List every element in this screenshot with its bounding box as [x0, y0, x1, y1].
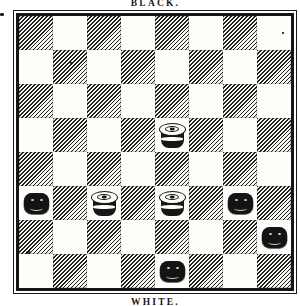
square-r1c3[interactable] — [121, 50, 155, 84]
square-r5c7[interactable] — [257, 186, 291, 220]
square-r3c4[interactable] — [155, 118, 189, 152]
square-r7c0[interactable] — [19, 254, 53, 288]
black-man-piece[interactable] — [24, 193, 49, 214]
square-r2c1[interactable] — [53, 84, 87, 118]
square-r1c0[interactable] — [19, 50, 53, 84]
square-r1c7[interactable] — [257, 50, 291, 84]
square-r2c5[interactable] — [189, 84, 223, 118]
square-r6c0[interactable] — [19, 220, 53, 254]
square-r5c6[interactable] — [223, 186, 257, 220]
square-r0c4[interactable] — [155, 16, 189, 50]
square-r0c1[interactable] — [53, 16, 87, 50]
board-frame — [13, 10, 297, 294]
square-r6c2[interactable] — [87, 220, 121, 254]
square-r3c5[interactable] — [189, 118, 223, 152]
square-r3c0[interactable] — [19, 118, 53, 152]
square-r4c4[interactable] — [155, 152, 189, 186]
square-r3c3[interactable] — [121, 118, 155, 152]
square-r6c5[interactable] — [189, 220, 223, 254]
square-r5c2[interactable] — [87, 186, 121, 220]
white-man-piece[interactable] — [159, 123, 186, 148]
square-r4c6[interactable] — [223, 152, 257, 186]
print-artifact — [0, 13, 4, 16]
black-man-piece[interactable] — [262, 227, 287, 248]
square-r5c3[interactable] — [121, 186, 155, 220]
square-r1c2[interactable] — [87, 50, 121, 84]
board-grid — [16, 13, 294, 291]
square-r3c7[interactable] — [257, 118, 291, 152]
print-artifact — [70, 62, 73, 64]
square-r6c7[interactable] — [257, 220, 291, 254]
square-r1c5[interactable] — [189, 50, 223, 84]
square-r2c6[interactable] — [223, 84, 257, 118]
square-r7c6[interactable] — [223, 254, 257, 288]
square-r4c7[interactable] — [257, 152, 291, 186]
square-r4c5[interactable] — [189, 152, 223, 186]
square-r4c2[interactable] — [87, 152, 121, 186]
square-r1c1[interactable] — [53, 50, 87, 84]
square-r7c1[interactable] — [53, 254, 87, 288]
square-r6c1[interactable] — [53, 220, 87, 254]
square-r0c7[interactable] — [257, 16, 291, 50]
square-r1c4[interactable] — [155, 50, 189, 84]
square-r7c4[interactable] — [155, 254, 189, 288]
square-r3c6[interactable] — [223, 118, 257, 152]
square-r4c3[interactable] — [121, 152, 155, 186]
square-r6c4[interactable] — [155, 220, 189, 254]
square-r0c5[interactable] — [189, 16, 223, 50]
square-r2c7[interactable] — [257, 84, 291, 118]
square-r5c5[interactable] — [189, 186, 223, 220]
square-r5c0[interactable] — [19, 186, 53, 220]
square-r2c0[interactable] — [19, 84, 53, 118]
square-r7c7[interactable] — [257, 254, 291, 288]
square-r0c6[interactable] — [223, 16, 257, 50]
square-r0c3[interactable] — [121, 16, 155, 50]
black-side-label: BLACK. — [13, 0, 298, 8]
square-r4c0[interactable] — [19, 152, 53, 186]
print-artifact — [282, 32, 284, 34]
square-r5c4[interactable] — [155, 186, 189, 220]
white-man-piece[interactable] — [159, 191, 186, 216]
black-man-piece[interactable] — [228, 193, 253, 214]
print-artifact — [26, 251, 31, 254]
black-man-piece[interactable] — [160, 261, 185, 282]
square-r3c1[interactable] — [53, 118, 87, 152]
square-r5c1[interactable] — [53, 186, 87, 220]
square-r6c6[interactable] — [223, 220, 257, 254]
square-r4c1[interactable] — [53, 152, 87, 186]
square-r7c2[interactable] — [87, 254, 121, 288]
square-r6c3[interactable] — [121, 220, 155, 254]
square-r7c5[interactable] — [189, 254, 223, 288]
square-r2c2[interactable] — [87, 84, 121, 118]
square-r2c3[interactable] — [121, 84, 155, 118]
square-r0c2[interactable] — [87, 16, 121, 50]
square-r7c3[interactable] — [121, 254, 155, 288]
white-side-label: WHITE. — [13, 297, 298, 306]
square-r3c2[interactable] — [87, 118, 121, 152]
square-r0c0[interactable] — [19, 16, 53, 50]
square-r1c6[interactable] — [223, 50, 257, 84]
square-r2c4[interactable] — [155, 84, 189, 118]
white-man-piece[interactable] — [91, 191, 118, 216]
